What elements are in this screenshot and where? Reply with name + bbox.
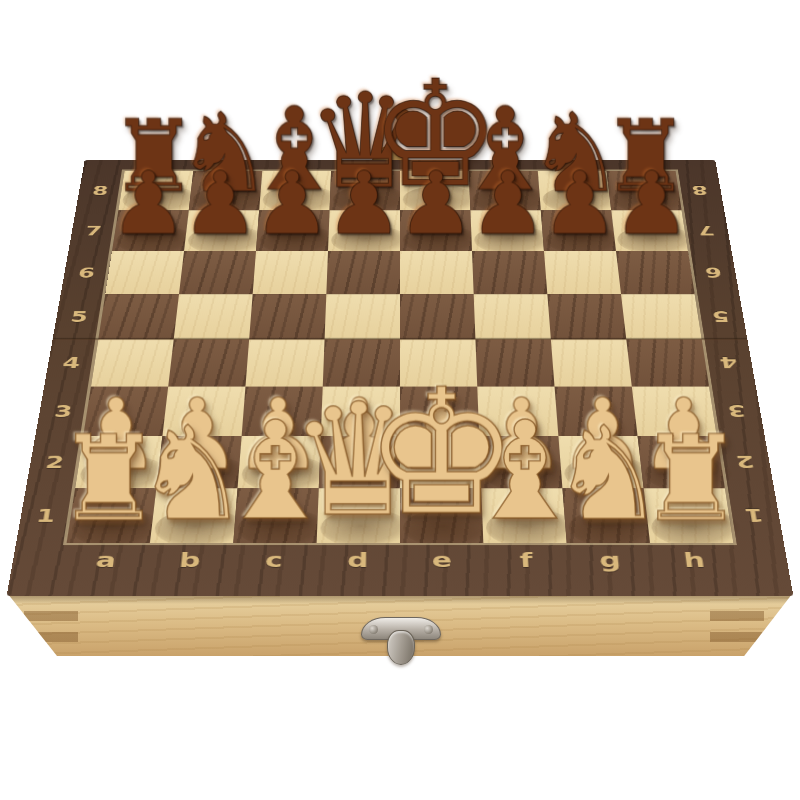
square-e6 bbox=[400, 251, 474, 294]
square-d5 bbox=[325, 294, 400, 339]
square-h1: ♜ bbox=[644, 488, 734, 543]
square-g5 bbox=[547, 294, 626, 339]
file-label: g bbox=[567, 543, 657, 596]
square-c6 bbox=[253, 251, 328, 294]
file-label: a bbox=[58, 543, 150, 596]
rank-label-right: 6 bbox=[688, 251, 739, 294]
product-photo: 8♜♞♝♛♚♝♞♜87♟♟♟♟♟♟♟♟7665544332♟♟♟♟♟♟♟♟21♜… bbox=[0, 0, 800, 800]
square-b5 bbox=[174, 294, 253, 339]
clasp-knob bbox=[387, 630, 415, 665]
square-g1: ♞ bbox=[562, 488, 650, 543]
square-c7: ♟ bbox=[256, 210, 330, 251]
rank-label-right: 5 bbox=[695, 294, 748, 339]
file-label: e bbox=[400, 543, 485, 596]
file-label: f bbox=[483, 543, 570, 596]
piece-black-pawn: ♟ bbox=[397, 161, 475, 248]
file-label: b bbox=[144, 543, 234, 596]
board-border-corner bbox=[733, 543, 793, 596]
piece-black-pawn: ♟ bbox=[181, 161, 259, 248]
piece-black-pawn: ♟ bbox=[613, 161, 691, 248]
file-label: c bbox=[229, 543, 316, 596]
square-h7: ♟ bbox=[611, 210, 688, 251]
square-b6 bbox=[179, 251, 256, 294]
piece-white-rook: ♜ bbox=[638, 420, 744, 538]
screw-icon bbox=[424, 625, 433, 634]
file-label: d bbox=[315, 543, 400, 596]
square-g7: ♟ bbox=[541, 210, 616, 251]
square-g6 bbox=[544, 251, 621, 294]
piece-black-pawn: ♟ bbox=[109, 161, 187, 248]
file-label: h bbox=[650, 543, 742, 596]
board-scene: 8♜♞♝♛♚♝♞♜87♟♟♟♟♟♟♟♟7665544332♟♟♟♟♟♟♟♟21♜… bbox=[50, 4, 750, 704]
square-f5 bbox=[474, 294, 551, 339]
square-e5 bbox=[400, 294, 475, 339]
screw-icon bbox=[369, 625, 378, 634]
piece-black-pawn: ♟ bbox=[469, 161, 547, 248]
square-c5 bbox=[249, 294, 326, 339]
rank-label-left: 5 bbox=[53, 294, 106, 339]
square-f7: ♟ bbox=[470, 210, 544, 251]
square-a6 bbox=[105, 251, 184, 294]
square-f6 bbox=[472, 251, 547, 294]
piece-black-pawn: ♟ bbox=[325, 161, 403, 248]
square-d7: ♟ bbox=[328, 210, 400, 251]
square-d6 bbox=[326, 251, 400, 294]
square-b7: ♟ bbox=[184, 210, 259, 251]
square-h5 bbox=[621, 294, 702, 339]
board-border-corner bbox=[7, 543, 67, 596]
piece-black-pawn: ♟ bbox=[253, 161, 331, 248]
square-h6 bbox=[616, 251, 695, 294]
square-a7: ♟ bbox=[112, 210, 189, 251]
chess-board: 8♜♞♝♛♚♝♞♜87♟♟♟♟♟♟♟♟7665544332♟♟♟♟♟♟♟♟21♜… bbox=[7, 160, 794, 596]
piece-black-pawn: ♟ bbox=[541, 161, 619, 248]
square-a5 bbox=[98, 294, 179, 339]
rank-label-left: 6 bbox=[61, 251, 112, 294]
clasp-latch bbox=[361, 617, 439, 665]
square-e7: ♟ bbox=[400, 210, 472, 251]
